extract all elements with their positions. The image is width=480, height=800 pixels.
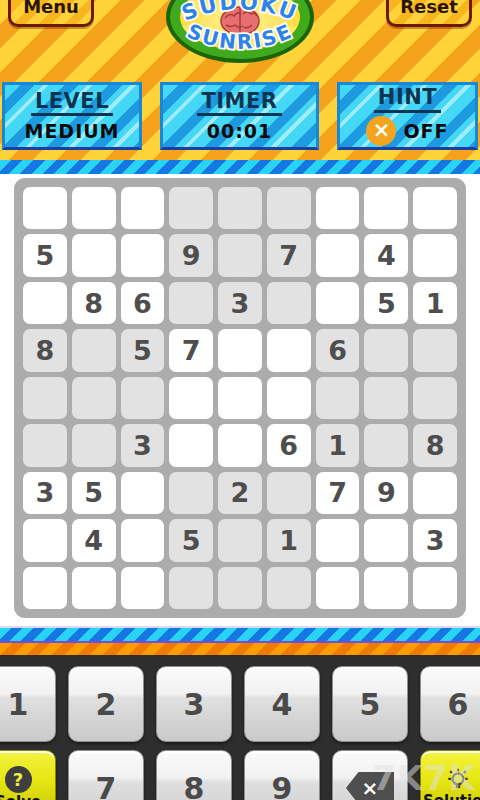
app-logo: SUDOKU SUNRISE bbox=[164, 0, 316, 66]
cell-r7c4[interactable] bbox=[169, 472, 213, 514]
key-1[interactable]: 1 bbox=[0, 666, 56, 742]
stripe-band-orange bbox=[0, 641, 480, 655]
cell-r9c8[interactable] bbox=[364, 567, 408, 609]
x-circle-icon: × bbox=[366, 116, 396, 146]
cell-r4c4[interactable]: 7 bbox=[169, 329, 213, 371]
cell-r5c6[interactable] bbox=[267, 377, 311, 419]
key-8[interactable]: 8 bbox=[156, 750, 232, 800]
cell-r7c1[interactable]: 3 bbox=[23, 472, 67, 514]
cell-r4c8[interactable] bbox=[364, 329, 408, 371]
cell-r3c4[interactable] bbox=[169, 282, 213, 324]
key-4[interactable]: 4 bbox=[244, 666, 320, 742]
cell-r5c9[interactable] bbox=[413, 377, 457, 419]
cell-r7c6[interactable] bbox=[267, 472, 311, 514]
cell-r4c2[interactable] bbox=[72, 329, 116, 371]
cell-r4c9[interactable] bbox=[413, 329, 457, 371]
cell-r6c5[interactable] bbox=[218, 424, 262, 466]
cell-r6c8[interactable] bbox=[364, 424, 408, 466]
cell-r8c3[interactable] bbox=[121, 519, 165, 561]
cell-r9c5[interactable] bbox=[218, 567, 262, 609]
cell-r7c5[interactable]: 2 bbox=[218, 472, 262, 514]
level-value: MEDIUM bbox=[24, 120, 119, 142]
cell-r2c6[interactable]: 7 bbox=[267, 234, 311, 276]
hint-panel[interactable]: HINT × OFF bbox=[337, 82, 478, 150]
cell-r6c6[interactable]: 6 bbox=[267, 424, 311, 466]
cell-r8c6[interactable]: 1 bbox=[267, 519, 311, 561]
cell-r8c7[interactable] bbox=[316, 519, 360, 561]
cell-r1c4[interactable] bbox=[169, 187, 213, 229]
cell-r7c8[interactable]: 9 bbox=[364, 472, 408, 514]
cell-r1c7[interactable] bbox=[316, 187, 360, 229]
cell-r2c5[interactable] bbox=[218, 234, 262, 276]
key-9[interactable]: 9 bbox=[244, 750, 320, 800]
cell-r5c8[interactable] bbox=[364, 377, 408, 419]
hint-value: OFF bbox=[403, 120, 448, 142]
cell-r9c2[interactable] bbox=[72, 567, 116, 609]
keypad: 1 2 3 4 5 6 ? Solve 7 8 9 × bbox=[0, 655, 480, 800]
solve-button[interactable]: ? Solve bbox=[0, 750, 56, 800]
cell-r9c9[interactable] bbox=[413, 567, 457, 609]
cell-r8c2[interactable]: 4 bbox=[72, 519, 116, 561]
cell-r5c4[interactable] bbox=[169, 377, 213, 419]
cell-r3c5[interactable]: 3 bbox=[218, 282, 262, 324]
cell-r2c8[interactable]: 4 bbox=[364, 234, 408, 276]
cell-r9c4[interactable] bbox=[169, 567, 213, 609]
cell-r3c2[interactable]: 8 bbox=[72, 282, 116, 324]
timer-label: TIMER bbox=[197, 90, 281, 116]
cell-r9c6[interactable] bbox=[267, 567, 311, 609]
lightbulb-icon bbox=[445, 767, 471, 793]
hint-label: HINT bbox=[374, 86, 441, 112]
key-2[interactable]: 2 bbox=[68, 666, 144, 742]
cell-r8c8[interactable] bbox=[364, 519, 408, 561]
cell-r6c3[interactable]: 3 bbox=[121, 424, 165, 466]
solve-button-label: Solve bbox=[0, 795, 41, 800]
key-5[interactable]: 5 bbox=[332, 666, 408, 742]
cell-r2c4[interactable]: 9 bbox=[169, 234, 213, 276]
cell-r1c2[interactable] bbox=[72, 187, 116, 229]
stripe-band-bottom bbox=[0, 626, 480, 641]
cell-r8c4[interactable]: 5 bbox=[169, 519, 213, 561]
cell-r8c9[interactable]: 3 bbox=[413, 519, 457, 561]
cell-r3c1[interactable] bbox=[23, 282, 67, 324]
cell-r4c6[interactable] bbox=[267, 329, 311, 371]
cell-r1c9[interactable] bbox=[413, 187, 457, 229]
cell-r6c1[interactable] bbox=[23, 424, 67, 466]
cell-r2c7[interactable] bbox=[316, 234, 360, 276]
board-area: 59748635185763618352794513 bbox=[0, 178, 480, 626]
keypad-row-1: 1 2 3 4 5 6 bbox=[0, 655, 480, 742]
key-7[interactable]: 7 bbox=[68, 750, 144, 800]
reset-button-label: Reset bbox=[400, 0, 458, 17]
cell-r8c5[interactable] bbox=[218, 519, 262, 561]
cell-r3c9[interactable]: 1 bbox=[413, 282, 457, 324]
cell-r2c9[interactable] bbox=[413, 234, 457, 276]
cell-r1c6[interactable] bbox=[267, 187, 311, 229]
cell-r5c7[interactable] bbox=[316, 377, 360, 419]
menu-button-label: Menu bbox=[23, 0, 79, 17]
header: Menu bbox=[0, 0, 480, 160]
cell-r2c1[interactable]: 5 bbox=[23, 234, 67, 276]
sunrise-logo-icon: SUDOKU SUNRISE bbox=[164, 0, 316, 66]
cell-r5c5[interactable] bbox=[218, 377, 262, 419]
status-panels: LEVEL MEDIUM TIMER 00:01 HINT × OFF bbox=[0, 82, 480, 150]
cell-r8c1[interactable] bbox=[23, 519, 67, 561]
timer-panel: TIMER 00:01 bbox=[160, 82, 319, 150]
cell-r5c3[interactable] bbox=[121, 377, 165, 419]
cell-r1c1[interactable] bbox=[23, 187, 67, 229]
cell-r2c2[interactable] bbox=[72, 234, 116, 276]
cell-r5c2[interactable] bbox=[72, 377, 116, 419]
cell-r2c3[interactable] bbox=[121, 234, 165, 276]
backspace-icon: × bbox=[346, 772, 394, 800]
backspace-button[interactable]: × bbox=[332, 750, 408, 800]
cell-r7c9[interactable] bbox=[413, 472, 457, 514]
solution-button-label: Solution bbox=[423, 794, 480, 800]
cell-r4c3[interactable]: 5 bbox=[121, 329, 165, 371]
question-mark-icon: ? bbox=[5, 766, 32, 793]
cell-r1c3[interactable] bbox=[121, 187, 165, 229]
cell-r4c7[interactable]: 6 bbox=[316, 329, 360, 371]
cell-r6c7[interactable]: 1 bbox=[316, 424, 360, 466]
cell-r7c3[interactable] bbox=[121, 472, 165, 514]
cell-r3c3[interactable]: 6 bbox=[121, 282, 165, 324]
cell-r7c2[interactable]: 5 bbox=[72, 472, 116, 514]
stripe-band-top bbox=[0, 160, 480, 174]
level-label: LEVEL bbox=[31, 90, 113, 116]
keypad-row-2: ? Solve 7 8 9 × Solution bbox=[0, 742, 480, 800]
cell-r3c8[interactable]: 5 bbox=[364, 282, 408, 324]
timer-value: 00:01 bbox=[207, 120, 272, 142]
cell-r3c6[interactable] bbox=[267, 282, 311, 324]
app-screen: Menu bbox=[0, 0, 480, 800]
key-3[interactable]: 3 bbox=[156, 666, 232, 742]
cell-r3c7[interactable] bbox=[316, 282, 360, 324]
solution-button[interactable]: Solution bbox=[420, 750, 480, 800]
key-6[interactable]: 6 bbox=[420, 666, 480, 742]
level-panel: LEVEL MEDIUM bbox=[2, 82, 142, 150]
cell-r1c5[interactable] bbox=[218, 187, 262, 229]
cell-r6c2[interactable] bbox=[72, 424, 116, 466]
cell-r9c7[interactable] bbox=[316, 567, 360, 609]
cell-r9c1[interactable] bbox=[23, 567, 67, 609]
cell-r4c5[interactable] bbox=[218, 329, 262, 371]
sudoku-board: 59748635185763618352794513 bbox=[14, 178, 466, 618]
cell-r9c3[interactable] bbox=[121, 567, 165, 609]
cell-r4c1[interactable]: 8 bbox=[23, 329, 67, 371]
cell-r6c9[interactable]: 8 bbox=[413, 424, 457, 466]
cell-r1c8[interactable] bbox=[364, 187, 408, 229]
cell-r5c1[interactable] bbox=[23, 377, 67, 419]
cell-r6c4[interactable] bbox=[169, 424, 213, 466]
cell-r7c7[interactable]: 7 bbox=[316, 472, 360, 514]
menu-button[interactable]: Menu bbox=[8, 0, 94, 27]
reset-button[interactable]: Reset bbox=[386, 0, 472, 27]
